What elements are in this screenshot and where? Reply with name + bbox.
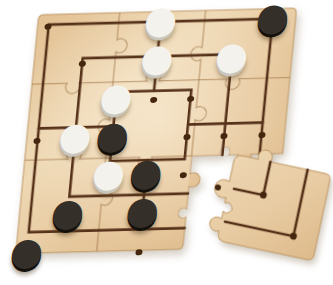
point-g6 [248, 39, 289, 78]
black-man-c4[interactable]: ● [94, 115, 131, 154]
black-man-b2[interactable]: ● [49, 192, 86, 231]
point-f5 [207, 78, 248, 117]
point-e2 [159, 193, 200, 232]
point-c2 [84, 195, 125, 234]
point-b6[interactable] [62, 44, 103, 83]
white-man-c3[interactable]: ● [90, 153, 127, 192]
point-d6[interactable]: ● [136, 42, 177, 81]
point-a1[interactable]: ● [6, 235, 47, 274]
white-man-b4[interactable]: ● [57, 116, 94, 155]
white-man-c5[interactable]: ● [98, 77, 135, 116]
point-b4[interactable]: ● [54, 120, 95, 159]
point-a6 [24, 45, 65, 84]
white-man-d7[interactable]: ● [142, 0, 179, 39]
white-man-f6[interactable]: ● [213, 36, 250, 75]
black-man-d2[interactable]: ● [124, 190, 161, 229]
point-c3[interactable]: ● [88, 157, 129, 196]
empty-point-dot [149, 97, 157, 103]
point-e5[interactable] [170, 79, 211, 118]
point-e1 [155, 232, 196, 271]
point-a5 [21, 83, 62, 122]
point-c7 [103, 5, 144, 44]
point-d5[interactable] [133, 80, 174, 119]
white-man-d6[interactable]: ● [139, 38, 176, 77]
point-e6 [174, 41, 215, 80]
point-b7 [65, 6, 106, 45]
point-e4[interactable] [166, 117, 207, 156]
point-a3 [13, 159, 54, 198]
empty-point-dot [78, 60, 86, 66]
empty-point-dot [187, 96, 195, 102]
point-f6[interactable]: ● [211, 40, 252, 79]
point-a4[interactable] [17, 121, 58, 160]
empty-point-dot [258, 132, 266, 138]
point-e7 [177, 3, 218, 42]
point-b1 [43, 234, 84, 273]
black-man-a1[interactable]: ● [9, 231, 46, 270]
point-d2[interactable]: ● [122, 194, 163, 233]
empty-point-dot [179, 172, 187, 178]
black-man-d3[interactable]: ● [128, 152, 165, 191]
black-man-g7[interactable]: ● [254, 0, 291, 36]
point-g7[interactable]: ● [252, 1, 293, 40]
empty-point-dot [34, 138, 42, 144]
point-d1[interactable] [118, 233, 159, 272]
point-c1 [81, 233, 122, 272]
detached-piece-outline [204, 141, 333, 261]
empty-point-dot [135, 249, 143, 255]
point-e3[interactable] [163, 155, 204, 194]
empty-point-dot [220, 133, 228, 139]
empty-point-dot [183, 134, 191, 140]
point-a7[interactable] [28, 7, 69, 46]
point-b2[interactable]: ● [47, 196, 88, 235]
point-g5 [245, 77, 286, 116]
empty-point-dot [45, 23, 53, 29]
nine-mens-morris-photo: ●●●●●●●●●●●● [0, 0, 333, 285]
